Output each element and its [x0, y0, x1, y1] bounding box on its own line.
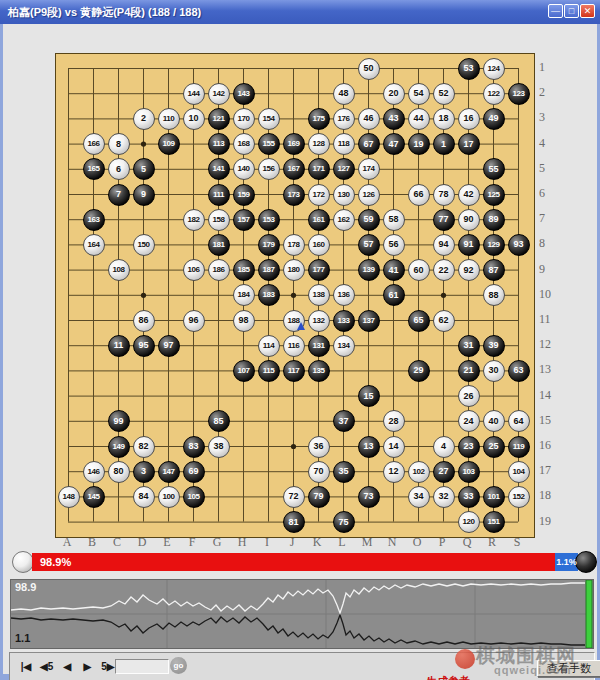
- stone-P16[interactable]: 4: [433, 436, 455, 458]
- stone-move-number: 48: [338, 89, 348, 98]
- stone-L12[interactable]: 134: [333, 335, 355, 357]
- stone-S15[interactable]: 64: [508, 410, 530, 432]
- stone-move-number: 180: [288, 266, 300, 274]
- stone-S8[interactable]: 93: [508, 234, 530, 256]
- stone-move-number: 119: [513, 443, 524, 451]
- stone-move-number: 86: [138, 316, 148, 325]
- stone-move-number: 96: [188, 316, 198, 325]
- stone-R9[interactable]: 87: [483, 259, 505, 281]
- stone-I10[interactable]: 183: [258, 284, 280, 306]
- stone-D8[interactable]: 150: [133, 234, 155, 256]
- stone-R6[interactable]: 125: [483, 184, 505, 206]
- stone-move-number: 60: [413, 266, 423, 275]
- go-button[interactable]: go: [170, 657, 187, 674]
- stone-D12[interactable]: 95: [133, 335, 155, 357]
- stone-move-number: 160: [313, 241, 325, 249]
- stone-S2[interactable]: 123: [508, 83, 530, 105]
- stone-J19[interactable]: 81: [283, 511, 305, 533]
- stone-move-number: 1: [441, 140, 446, 149]
- stone-M16[interactable]: 13: [358, 436, 380, 458]
- stone-move-number: 134: [338, 342, 350, 350]
- row-label-16: 16: [539, 438, 561, 452]
- stone-K3[interactable]: 175: [308, 108, 330, 130]
- winrate-bar-white-segment: [32, 553, 555, 571]
- stone-R12[interactable]: 39: [483, 335, 505, 357]
- stone-move-number: 57: [363, 240, 373, 249]
- stone-move-number: 92: [463, 266, 473, 275]
- white-player-ball-icon: [12, 551, 34, 573]
- stone-N10[interactable]: 61: [383, 284, 405, 306]
- stone-K4[interactable]: 128: [308, 133, 330, 155]
- stone-P17[interactable]: 27: [433, 461, 455, 483]
- stone-C15[interactable]: 99: [108, 410, 130, 432]
- stone-M3[interactable]: 46: [358, 108, 380, 130]
- row-label-11: 11: [539, 312, 561, 326]
- stone-move-number: 152: [513, 493, 525, 501]
- stone-move-number: 110: [163, 115, 174, 123]
- stone-move-number: 42: [463, 190, 473, 199]
- stone-move-number: 175: [313, 115, 325, 123]
- stone-move-number: 36: [313, 442, 323, 451]
- stone-F18[interactable]: 105: [183, 486, 205, 508]
- stone-move-number: 165: [88, 165, 100, 173]
- stone-O11[interactable]: 65: [408, 310, 430, 332]
- stone-G4[interactable]: 113: [208, 133, 230, 155]
- row-label-5: 5: [539, 161, 561, 175]
- stone-move-number: 169: [288, 140, 300, 148]
- minimize-button[interactable]: —: [548, 4, 563, 18]
- close-button[interactable]: ✕: [580, 4, 595, 18]
- stone-S13[interactable]: 63: [508, 360, 530, 382]
- stone-E17[interactable]: 147: [158, 461, 180, 483]
- stone-D3[interactable]: 2: [133, 108, 155, 130]
- stone-D6[interactable]: 9: [133, 184, 155, 206]
- stone-R2[interactable]: 122: [483, 83, 505, 105]
- stone-M1[interactable]: 50: [358, 58, 380, 80]
- stone-move-number: 113: [213, 140, 224, 148]
- stone-L15[interactable]: 37: [333, 410, 355, 432]
- stone-O9[interactable]: 60: [408, 259, 430, 281]
- stone-N17[interactable]: 12: [383, 461, 405, 483]
- stone-move-number: 39: [488, 341, 498, 350]
- stone-move-number: 145: [88, 493, 100, 501]
- stone-N8[interactable]: 56: [383, 234, 405, 256]
- stone-B17[interactable]: 146: [83, 461, 105, 483]
- stone-I4[interactable]: 155: [258, 133, 280, 155]
- stone-move-number: 49: [488, 114, 498, 123]
- stone-K11[interactable]: 132: [308, 310, 330, 332]
- stone-B4[interactable]: 166: [83, 133, 105, 155]
- stone-B7[interactable]: 163: [83, 209, 105, 231]
- stone-move-number: 141: [213, 165, 225, 173]
- stone-M9[interactable]: 139: [358, 259, 380, 281]
- stone-F11[interactable]: 96: [183, 310, 205, 332]
- stone-G7[interactable]: 158: [208, 209, 230, 231]
- column-label-A: A: [59, 535, 75, 549]
- stone-move-number: 2: [141, 114, 146, 123]
- stone-O6[interactable]: 66: [408, 184, 430, 206]
- stone-M4[interactable]: 67: [358, 133, 380, 155]
- stone-Q3[interactable]: 16: [458, 108, 480, 130]
- stone-R1[interactable]: 124: [483, 58, 505, 80]
- stone-L17[interactable]: 35: [333, 461, 355, 483]
- stone-move-number: 181: [213, 241, 225, 249]
- stone-move-number: 43: [388, 114, 398, 123]
- stone-move-number: 120: [463, 518, 475, 526]
- stone-H11[interactable]: 98: [233, 310, 255, 332]
- column-label-R: R: [484, 535, 500, 549]
- stone-I3[interactable]: 154: [258, 108, 280, 130]
- stone-J6[interactable]: 173: [283, 184, 305, 206]
- stone-move-number: 62: [438, 316, 448, 325]
- stone-J5[interactable]: 167: [283, 158, 305, 180]
- stone-Q14[interactable]: 26: [458, 385, 480, 407]
- stone-move-number: 109: [163, 140, 175, 148]
- stone-R7[interactable]: 89: [483, 209, 505, 231]
- stone-move-number: 150: [138, 241, 150, 249]
- stone-G2[interactable]: 142: [208, 83, 230, 105]
- stone-P18[interactable]: 32: [433, 486, 455, 508]
- stone-move-number: 89: [488, 215, 498, 224]
- row-label-12: 12: [539, 337, 561, 351]
- stone-I13[interactable]: 115: [258, 360, 280, 382]
- stone-C5[interactable]: 6: [108, 158, 130, 180]
- stone-Q9[interactable]: 92: [458, 259, 480, 281]
- stone-move-number: 75: [338, 518, 348, 527]
- stone-move-number: 185: [238, 266, 250, 274]
- stone-E3[interactable]: 110: [158, 108, 180, 130]
- stone-J8[interactable]: 178: [283, 234, 305, 256]
- stone-C4[interactable]: 8: [108, 133, 130, 155]
- stone-R5[interactable]: 55: [483, 158, 505, 180]
- column-label-J: J: [284, 535, 300, 549]
- stone-move-number: 148: [63, 493, 75, 501]
- stone-move-number: 81: [288, 518, 298, 527]
- stone-P3[interactable]: 18: [433, 108, 455, 130]
- stone-G8[interactable]: 181: [208, 234, 230, 256]
- stone-B18[interactable]: 145: [83, 486, 105, 508]
- stone-L10[interactable]: 136: [333, 284, 355, 306]
- stone-E4[interactable]: 109: [158, 133, 180, 155]
- stone-E12[interactable]: 97: [158, 335, 180, 357]
- stone-F7[interactable]: 182: [183, 209, 205, 231]
- stone-M7[interactable]: 59: [358, 209, 380, 231]
- stone-G15[interactable]: 85: [208, 410, 230, 432]
- stone-K12[interactable]: 131: [308, 335, 330, 357]
- stone-H13[interactable]: 107: [233, 360, 255, 382]
- stone-move-number: 167: [288, 165, 300, 173]
- stone-move-number: 127: [338, 165, 350, 173]
- stone-O18[interactable]: 34: [408, 486, 430, 508]
- stone-move-number: 47: [388, 140, 398, 149]
- stone-move-number: 156: [263, 165, 275, 173]
- stone-move-number: 64: [513, 417, 523, 426]
- stone-Q17[interactable]: 103: [458, 461, 480, 483]
- stone-move-number: 140: [238, 165, 250, 173]
- stone-K9[interactable]: 177: [308, 259, 330, 281]
- stone-move-number: 186: [213, 266, 225, 274]
- stone-O13[interactable]: 29: [408, 360, 430, 382]
- stone-move-number: 80: [113, 467, 123, 476]
- stone-move-number: 95: [138, 341, 148, 350]
- stone-move-number: 28: [388, 417, 398, 426]
- stone-R13[interactable]: 30: [483, 360, 505, 382]
- stone-move-number: 105: [188, 493, 200, 501]
- stone-Q4[interactable]: 17: [458, 133, 480, 155]
- stone-move-number: 8: [116, 140, 121, 149]
- stone-move-number: 4: [441, 442, 446, 451]
- stone-N9[interactable]: 41: [383, 259, 405, 281]
- stone-move-number: 131: [313, 342, 325, 350]
- stone-S18[interactable]: 152: [508, 486, 530, 508]
- stone-K5[interactable]: 171: [308, 158, 330, 180]
- stone-move-number: 103: [463, 468, 475, 476]
- stone-R10[interactable]: 88: [483, 284, 505, 306]
- stone-I8[interactable]: 179: [258, 234, 280, 256]
- stone-M14[interactable]: 15: [358, 385, 380, 407]
- stone-Q15[interactable]: 24: [458, 410, 480, 432]
- column-label-E: E: [159, 535, 175, 549]
- stone-move-number: 33: [463, 492, 473, 501]
- stone-H5[interactable]: 140: [233, 158, 255, 180]
- stone-move-number: 135: [313, 367, 325, 375]
- stone-P6[interactable]: 78: [433, 184, 455, 206]
- stone-E18[interactable]: 100: [158, 486, 180, 508]
- stone-move-number: 14: [388, 442, 398, 451]
- stone-move-number: 29: [413, 366, 423, 375]
- winrate-trend-graph[interactable]: 98.9 1.1: [10, 579, 594, 649]
- stone-O4[interactable]: 19: [408, 133, 430, 155]
- stone-Q19[interactable]: 120: [458, 511, 480, 533]
- stone-move-number: 176: [338, 115, 350, 123]
- stone-P11[interactable]: 62: [433, 310, 455, 332]
- stone-C12[interactable]: 11: [108, 335, 130, 357]
- stone-L2[interactable]: 48: [333, 83, 355, 105]
- stone-S17[interactable]: 104: [508, 461, 530, 483]
- playback-button-back[interactable]: ◀: [61, 661, 73, 672]
- stone-J4[interactable]: 169: [283, 133, 305, 155]
- stone-M6[interactable]: 126: [358, 184, 380, 206]
- go-board[interactable]: 5053124144142143482054521221232110101211…: [55, 53, 535, 538]
- view-moves-button[interactable]: 查看手数: [537, 660, 600, 677]
- stone-N2[interactable]: 20: [383, 83, 405, 105]
- stone-N4[interactable]: 47: [383, 133, 405, 155]
- stone-G16[interactable]: 38: [208, 436, 230, 458]
- playback-button-first[interactable]: |◀: [20, 661, 32, 672]
- stone-H10[interactable]: 184: [233, 284, 255, 306]
- stone-move-number: 143: [238, 90, 250, 98]
- stone-N7[interactable]: 58: [383, 209, 405, 231]
- stone-move-number: 38: [213, 442, 223, 451]
- stone-I12[interactable]: 114: [258, 335, 280, 357]
- stone-R18[interactable]: 101: [483, 486, 505, 508]
- stone-D5[interactable]: 5: [133, 158, 155, 180]
- stone-G3[interactable]: 121: [208, 108, 230, 130]
- stone-move-number: 72: [288, 492, 298, 501]
- stone-I9[interactable]: 187: [258, 259, 280, 281]
- stone-P8[interactable]: 94: [433, 234, 455, 256]
- stone-Q1[interactable]: 53: [458, 58, 480, 80]
- stone-Q7[interactable]: 90: [458, 209, 480, 231]
- stone-R16[interactable]: 25: [483, 436, 505, 458]
- stone-Q6[interactable]: 42: [458, 184, 480, 206]
- stone-P9[interactable]: 22: [433, 259, 455, 281]
- graph-min-label: 1.1: [15, 632, 30, 644]
- stone-R3[interactable]: 49: [483, 108, 505, 130]
- stone-M11[interactable]: 137: [358, 310, 380, 332]
- stone-O3[interactable]: 44: [408, 108, 430, 130]
- stone-move-number: 170: [238, 115, 250, 123]
- stone-move-number: 158: [213, 216, 225, 224]
- playback-button-forward[interactable]: ▶: [81, 661, 93, 672]
- stone-move-number: 97: [163, 341, 173, 350]
- stone-C16[interactable]: 149: [108, 436, 130, 458]
- stone-move-number: 23: [463, 442, 473, 451]
- stone-L11[interactable]: 133: [333, 310, 355, 332]
- stone-Q13[interactable]: 21: [458, 360, 480, 382]
- stone-move-number: 125: [488, 191, 500, 199]
- stone-G5[interactable]: 141: [208, 158, 230, 180]
- move-jump-input[interactable]: [115, 659, 169, 674]
- stone-F16[interactable]: 83: [183, 436, 205, 458]
- stone-C17[interactable]: 80: [108, 461, 130, 483]
- stone-move-number: 73: [363, 492, 373, 501]
- stone-move-number: 151: [488, 518, 500, 526]
- bottom-control-panel: |◀◀5◀▶5▶▶| go 查看手数 刷新对局研究重新研讨生成参考图形势判断关闭: [9, 652, 595, 680]
- stone-move-number: 21: [463, 366, 473, 375]
- stone-J9[interactable]: 180: [283, 259, 305, 281]
- stone-B8[interactable]: 164: [83, 234, 105, 256]
- stone-A18[interactable]: 148: [58, 486, 80, 508]
- stone-move-number: 102: [413, 468, 425, 476]
- stone-move-number: 44: [413, 114, 423, 123]
- stone-F9[interactable]: 106: [183, 259, 205, 281]
- playback-button-forward5[interactable]: 5▶: [101, 661, 114, 672]
- stone-F2[interactable]: 144: [183, 83, 205, 105]
- stone-S16[interactable]: 119: [508, 436, 530, 458]
- stone-D16[interactable]: 82: [133, 436, 155, 458]
- stone-P2[interactable]: 52: [433, 83, 455, 105]
- stone-D18[interactable]: 84: [133, 486, 155, 508]
- stone-P7[interactable]: 77: [433, 209, 455, 231]
- stone-move-number: 115: [263, 367, 274, 375]
- stone-K6[interactable]: 172: [308, 184, 330, 206]
- stone-O2[interactable]: 54: [408, 83, 430, 105]
- stone-L7[interactable]: 162: [333, 209, 355, 231]
- stone-move-number: 144: [188, 90, 200, 98]
- stone-move-number: 132: [313, 317, 325, 325]
- stone-H3[interactable]: 170: [233, 108, 255, 130]
- playback-button-back5[interactable]: ◀5: [40, 661, 53, 672]
- stone-M8[interactable]: 57: [358, 234, 380, 256]
- maximize-button[interactable]: □: [564, 4, 579, 18]
- stone-move-number: 130: [338, 191, 350, 199]
- stone-G6[interactable]: 111: [208, 184, 230, 206]
- stone-D11[interactable]: 86: [133, 310, 155, 332]
- stone-K10[interactable]: 138: [308, 284, 330, 306]
- stone-N3[interactable]: 43: [383, 108, 405, 130]
- stone-B5[interactable]: 165: [83, 158, 105, 180]
- stone-K17[interactable]: 70: [308, 461, 330, 483]
- app-window: 柏嚞(P9段) vs 黄静远(P4段) (188 / 188) — □ ✕ 50…: [0, 0, 600, 680]
- stone-K8[interactable]: 160: [308, 234, 330, 256]
- stone-move-number: 101: [488, 493, 500, 501]
- stone-K18[interactable]: 79: [308, 486, 330, 508]
- stone-move-number: 7: [116, 190, 121, 199]
- row-label-10: 10: [539, 287, 561, 301]
- stone-Q12[interactable]: 31: [458, 335, 480, 357]
- stone-move-number: 9: [141, 190, 146, 199]
- row-label-4: 4: [539, 136, 561, 150]
- stone-F17[interactable]: 69: [183, 461, 205, 483]
- stone-move-number: 98: [238, 316, 248, 325]
- stone-L6[interactable]: 130: [333, 184, 355, 206]
- stone-L3[interactable]: 176: [333, 108, 355, 130]
- stone-move-number: 52: [438, 89, 448, 98]
- stone-move-number: 149: [113, 443, 125, 451]
- titlebar[interactable]: 柏嚞(P9段) vs 黄静远(P4段) (188 / 188) — □ ✕: [0, 0, 600, 24]
- stone-J18[interactable]: 72: [283, 486, 305, 508]
- stone-R19[interactable]: 151: [483, 511, 505, 533]
- stone-I7[interactable]: 153: [258, 209, 280, 231]
- stone-move-number: 172: [313, 191, 325, 199]
- stone-H4[interactable]: 168: [233, 133, 255, 155]
- stone-J13[interactable]: 117: [283, 360, 305, 382]
- stone-I5[interactable]: 156: [258, 158, 280, 180]
- stone-Q8[interactable]: 91: [458, 234, 480, 256]
- stone-move-number: 178: [288, 241, 300, 249]
- stone-M5[interactable]: 174: [358, 158, 380, 180]
- stone-O17[interactable]: 102: [408, 461, 430, 483]
- stone-H2[interactable]: 143: [233, 83, 255, 105]
- stone-move-number: 166: [88, 140, 100, 148]
- column-label-D: D: [134, 535, 150, 549]
- stone-K16[interactable]: 36: [308, 436, 330, 458]
- stone-L4[interactable]: 118: [333, 133, 355, 155]
- stone-L19[interactable]: 75: [333, 511, 355, 533]
- stone-G9[interactable]: 186: [208, 259, 230, 281]
- stone-R8[interactable]: 129: [483, 234, 505, 256]
- stone-move-number: 79: [313, 492, 323, 501]
- stone-move-number: 91: [463, 240, 473, 249]
- stone-H9[interactable]: 185: [233, 259, 255, 281]
- stone-move-number: 61: [388, 291, 398, 300]
- stone-R15[interactable]: 40: [483, 410, 505, 432]
- stone-N15[interactable]: 28: [383, 410, 405, 432]
- stone-P4[interactable]: 1: [433, 133, 455, 155]
- stone-M18[interactable]: 73: [358, 486, 380, 508]
- stone-K13[interactable]: 135: [308, 360, 330, 382]
- stone-N16[interactable]: 14: [383, 436, 405, 458]
- stone-move-number: 162: [338, 216, 350, 224]
- stone-K7[interactable]: 161: [308, 209, 330, 231]
- stone-H6[interactable]: 159: [233, 184, 255, 206]
- stone-Q16[interactable]: 23: [458, 436, 480, 458]
- stone-move-number: 50: [363, 64, 373, 73]
- stone-J12[interactable]: 116: [283, 335, 305, 357]
- stone-H7[interactable]: 157: [233, 209, 255, 231]
- stone-move-number: 136: [338, 291, 350, 299]
- stone-F3[interactable]: 10: [183, 108, 205, 130]
- stone-D17[interactable]: 3: [133, 461, 155, 483]
- stone-move-number: 3: [141, 467, 146, 476]
- stone-L5[interactable]: 127: [333, 158, 355, 180]
- stone-C9[interactable]: 108: [108, 259, 130, 281]
- stone-C6[interactable]: 7: [108, 184, 130, 206]
- row-label-14: 14: [539, 388, 561, 402]
- stone-Q18[interactable]: 33: [458, 486, 480, 508]
- stone-move-number: 24: [463, 417, 473, 426]
